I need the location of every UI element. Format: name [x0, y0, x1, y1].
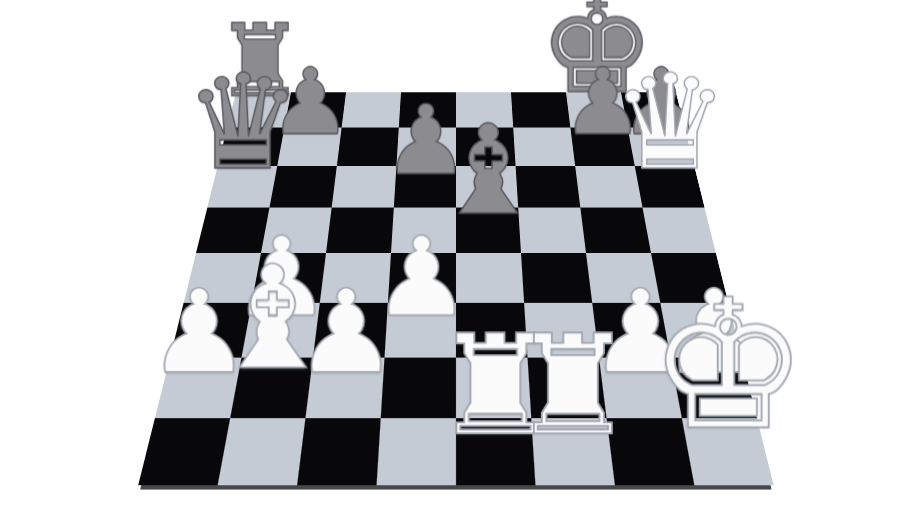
black-queen-a6[interactable]: ♛	[207, 166, 277, 208]
white-pawn-c2[interactable]: ♟	[305, 358, 384, 419]
pieces-layer: ♜♚♟♟♟♛♟♛♝♟♟♟♝♟♟♟♜♜♚	[138, 92, 774, 485]
chess-board: ♜♚♟♟♟♛♟♛♝♟♟♟♝♟♟♟♜♜♚	[138, 92, 774, 485]
white-queen-icon: ♛	[611, 57, 729, 188]
white-rook-f1[interactable]: ♜	[531, 418, 615, 485]
white-rook-icon: ♜	[510, 316, 634, 454]
white-king-h1[interactable]: ♚	[682, 418, 774, 485]
white-king-icon: ♚	[647, 275, 807, 454]
white-pawn-icon: ♟	[294, 275, 397, 390]
chess-scene: ♜♚♟♟♟♛♟♛♝♟♟♟♝♟♟♟♜♜♚	[0, 0, 910, 512]
black-queen-icon: ♛	[184, 57, 302, 188]
white-queen-h6[interactable]: ♛	[635, 166, 705, 208]
